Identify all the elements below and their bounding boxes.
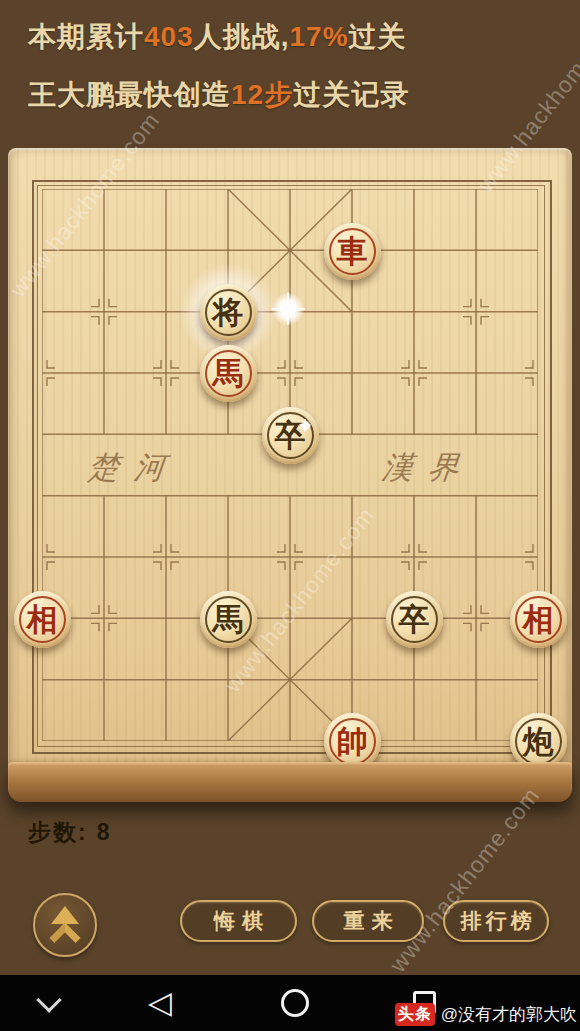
piece-卒-black[interactable]: 卒 [386, 591, 443, 648]
xiangqi-board[interactable]: 楚河 漢界 車将馬卒相馬卒相帥炮 [8, 148, 572, 802]
up-arrow-icon [51, 906, 79, 924]
move-counter-label: 步数: [28, 819, 88, 845]
piece-glyph: 卒 [399, 604, 430, 635]
watermark: www.hackhome.com [385, 782, 546, 977]
toutiao-logo: 头条 [395, 1003, 435, 1026]
piece-馬-red[interactable]: 馬 [200, 345, 257, 402]
move-counter-value: 8 [97, 819, 112, 845]
piece-glyph: 帥 [337, 726, 368, 757]
up-chevron-icon [49, 922, 80, 953]
piece-馬-black[interactable]: 馬 [200, 591, 257, 648]
piece-将-black[interactable]: 将 [200, 284, 257, 341]
piece-glyph: 将 [213, 297, 244, 328]
back-icon[interactable]: ◁ [148, 983, 172, 1023]
leaderboard-button[interactable]: 排行榜 [443, 900, 549, 942]
piece-glyph: 車 [337, 236, 368, 267]
piece-glyph: 炮 [523, 726, 554, 757]
android-navbar: ◁ 头条 @没有才的郭大吹 [0, 975, 580, 1031]
sparkle-effect [299, 419, 312, 432]
piece-相-red[interactable]: 相 [14, 591, 71, 648]
challenge-stats-line: 本期累计403人挑战,17%过关 [28, 18, 407, 56]
piece-glyph: 相 [523, 604, 554, 635]
piece-glyph: 相 [27, 604, 58, 635]
piece-glyph: 馬 [213, 604, 244, 635]
collapse-up-button[interactable] [33, 893, 97, 957]
home-icon[interactable] [281, 989, 309, 1017]
stats-text: 人挑战, [194, 21, 290, 52]
piece-卒-black[interactable]: 卒 [262, 407, 319, 464]
sparkle-effect [269, 290, 307, 328]
piece-glyph: 馬 [213, 358, 244, 389]
hide-navbar-chevron-icon[interactable] [36, 987, 61, 1012]
stats-count: 403 [144, 21, 194, 52]
app-screen: 本期累计403人挑战,17%过关 王大鹏最快创造12步过关记录 楚河 漢界 車将… [0, 0, 580, 1031]
toutiao-credit: 头条 @没有才的郭大吹 [395, 1003, 577, 1026]
record-line: 王大鹏最快创造12步过关记录 [28, 76, 409, 114]
river-label-han-jie: 漢界 [380, 447, 476, 489]
undo-move-button[interactable]: 悔棋 [180, 900, 297, 942]
toutiao-username: @没有才的郭大吹 [441, 1003, 577, 1026]
board-front-edge [8, 762, 572, 802]
record-text: 王大鹏最快创造 [28, 79, 231, 110]
stats-text: 本期累计 [28, 21, 144, 52]
record-text: 过关记录 [293, 79, 409, 110]
river-label-chu-he: 楚河 [86, 447, 182, 489]
restart-button[interactable]: 重来 [312, 900, 424, 942]
record-steps: 12步 [231, 79, 293, 110]
move-counter: 步数:8 [28, 817, 111, 848]
stats-percent: 17% [290, 21, 349, 52]
stats-text: 过关 [349, 21, 407, 52]
piece-車-red[interactable]: 車 [324, 223, 381, 280]
piece-相-red[interactable]: 相 [510, 591, 567, 648]
